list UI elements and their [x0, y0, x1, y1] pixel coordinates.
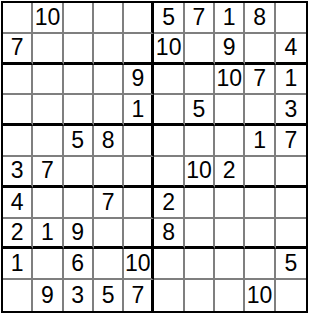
- cell-r9c3: 6: [64, 249, 94, 280]
- cell-r8c2: 1: [33, 219, 63, 250]
- cell-r2c1: 7: [3, 34, 33, 65]
- cell-r6c6[interactable]: [154, 157, 184, 188]
- cell-r8c9[interactable]: [245, 219, 275, 250]
- cell-r10c1[interactable]: [3, 280, 33, 311]
- cell-r1c1[interactable]: [3, 3, 33, 34]
- cell-r1c6: 5: [154, 3, 184, 34]
- cell-r3c4[interactable]: [94, 65, 124, 96]
- cell-r8c5[interactable]: [124, 219, 154, 250]
- cell-r6c9[interactable]: [245, 157, 275, 188]
- cell-r2c2[interactable]: [33, 34, 63, 65]
- cell-r5c7[interactable]: [185, 126, 215, 157]
- cell-r9c4[interactable]: [94, 249, 124, 280]
- cell-r10c6[interactable]: [154, 280, 184, 311]
- cell-r8c6: 8: [154, 219, 184, 250]
- cell-r1c4[interactable]: [94, 3, 124, 34]
- cell-r2c6: 10: [154, 34, 184, 65]
- cell-r6c10[interactable]: [276, 157, 306, 188]
- cell-r5c3: 5: [64, 126, 94, 157]
- cell-r2c8: 9: [215, 34, 245, 65]
- cell-r9c9[interactable]: [245, 249, 275, 280]
- cell-r9c7[interactable]: [185, 249, 215, 280]
- cell-r6c2: 7: [33, 157, 63, 188]
- cell-r4c3[interactable]: [64, 95, 94, 126]
- cell-r5c4: 8: [94, 126, 124, 157]
- cell-r4c10: 3: [276, 95, 306, 126]
- cell-r10c8[interactable]: [215, 280, 245, 311]
- cell-r4c6[interactable]: [154, 95, 184, 126]
- cell-r7c10[interactable]: [276, 188, 306, 219]
- cell-r7c5[interactable]: [124, 188, 154, 219]
- cell-r7c2[interactable]: [33, 188, 63, 219]
- cell-r9c2[interactable]: [33, 249, 63, 280]
- cell-r10c7[interactable]: [185, 280, 215, 311]
- cell-r1c8: 1: [215, 3, 245, 34]
- cell-r8c4[interactable]: [94, 219, 124, 250]
- cell-r10c5: 7: [124, 280, 154, 311]
- cell-r5c10: 7: [276, 126, 306, 157]
- cell-r7c8[interactable]: [215, 188, 245, 219]
- cell-r7c7[interactable]: [185, 188, 215, 219]
- cell-r8c3: 9: [64, 219, 94, 250]
- cell-r2c4[interactable]: [94, 34, 124, 65]
- cell-r3c2[interactable]: [33, 65, 63, 96]
- cell-r7c9[interactable]: [245, 188, 275, 219]
- cell-r2c5[interactable]: [124, 34, 154, 65]
- cell-r1c7: 7: [185, 3, 215, 34]
- cell-r10c10[interactable]: [276, 280, 306, 311]
- cell-r9c8[interactable]: [215, 249, 245, 280]
- cell-r7c4: 7: [94, 188, 124, 219]
- cell-r2c7[interactable]: [185, 34, 215, 65]
- cell-r10c9: 10: [245, 280, 275, 311]
- cell-r1c10[interactable]: [276, 3, 306, 34]
- cell-r4c9[interactable]: [245, 95, 275, 126]
- cell-r8c7[interactable]: [185, 219, 215, 250]
- cell-r7c1: 4: [3, 188, 33, 219]
- cell-r9c1: 1: [3, 249, 33, 280]
- cell-r10c3: 3: [64, 280, 94, 311]
- cell-r3c5: 9: [124, 65, 154, 96]
- cell-r3c9: 7: [245, 65, 275, 96]
- cell-r1c3[interactable]: [64, 3, 94, 34]
- cell-r10c4: 5: [94, 280, 124, 311]
- cell-r5c6[interactable]: [154, 126, 184, 157]
- cell-r4c5: 1: [124, 95, 154, 126]
- cell-r6c1: 3: [3, 157, 33, 188]
- cell-r2c3[interactable]: [64, 34, 94, 65]
- cell-r3c10: 1: [276, 65, 306, 96]
- cell-r9c10: 5: [276, 249, 306, 280]
- cell-r3c7[interactable]: [185, 65, 215, 96]
- cell-r1c5[interactable]: [124, 3, 154, 34]
- cell-r6c4[interactable]: [94, 157, 124, 188]
- cell-r4c8[interactable]: [215, 95, 245, 126]
- cell-r5c1[interactable]: [3, 126, 33, 157]
- cell-r4c4[interactable]: [94, 95, 124, 126]
- cell-r6c5[interactable]: [124, 157, 154, 188]
- cell-r10c2: 9: [33, 280, 63, 311]
- cell-r3c6[interactable]: [154, 65, 184, 96]
- cell-r9c5: 10: [124, 249, 154, 280]
- cell-r3c3[interactable]: [64, 65, 94, 96]
- cell-r5c9: 1: [245, 126, 275, 157]
- cell-r4c2[interactable]: [33, 95, 63, 126]
- cell-r7c3[interactable]: [64, 188, 94, 219]
- cell-r4c1[interactable]: [3, 95, 33, 126]
- cell-r7c6: 2: [154, 188, 184, 219]
- cell-r3c8: 10: [215, 65, 245, 96]
- cell-r5c2[interactable]: [33, 126, 63, 157]
- cell-r6c8: 2: [215, 157, 245, 188]
- cell-r8c10[interactable]: [276, 219, 306, 250]
- cell-r8c1: 2: [3, 219, 33, 250]
- cell-r9c6[interactable]: [154, 249, 184, 280]
- cell-r2c10: 4: [276, 34, 306, 65]
- cell-r5c8[interactable]: [215, 126, 245, 157]
- cell-r6c3[interactable]: [64, 157, 94, 188]
- sudoku-board: 1057187109491071153581737102472219816105…: [1, 1, 308, 313]
- cell-r3c1[interactable]: [3, 65, 33, 96]
- cell-r1c9: 8: [245, 3, 275, 34]
- cell-r5c5[interactable]: [124, 126, 154, 157]
- cell-r8c8[interactable]: [215, 219, 245, 250]
- cell-r4c7: 5: [185, 95, 215, 126]
- cell-r1c2: 10: [33, 3, 63, 34]
- cell-r2c9[interactable]: [245, 34, 275, 65]
- cell-r6c7: 10: [185, 157, 215, 188]
